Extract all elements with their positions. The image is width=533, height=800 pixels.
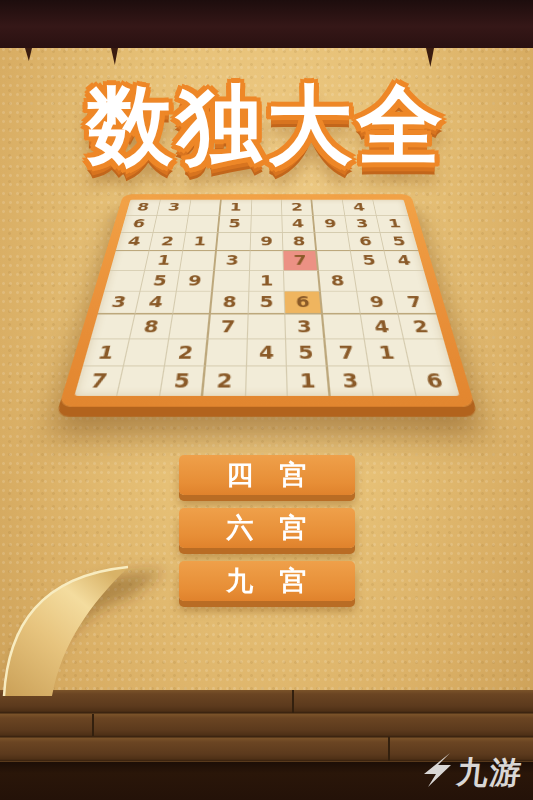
sudoku-cell-r8c5[interactable]: 4: [246, 340, 287, 367]
sudoku-cell-r9c7[interactable]: 3: [328, 367, 374, 396]
sudoku-cell-r5c1[interactable]: [104, 271, 145, 292]
plank-seam: [388, 737, 390, 761]
sudoku-cell-r2c4[interactable]: 5: [218, 216, 251, 233]
sudoku-cell-r3c9[interactable]: 5: [380, 233, 418, 251]
mode-button-4x4[interactable]: 四宫: [179, 455, 355, 495]
sudoku-cell-r1c6[interactable]: 2: [282, 200, 314, 216]
sudoku-cell-r5c7[interactable]: 8: [319, 271, 357, 292]
sudoku-cell-r1c5[interactable]: [251, 200, 282, 216]
sudoku-cell-r6c7[interactable]: [321, 292, 361, 315]
top-wood-bar: [0, 0, 533, 48]
sudoku-cell-r7c5[interactable]: [247, 315, 286, 340]
sudoku-cell-r4c3[interactable]: [179, 251, 216, 271]
sudoku-cell-r1c4[interactable]: 1: [219, 200, 251, 216]
sudoku-cell-r1c8[interactable]: 4: [342, 200, 376, 216]
sudoku-cell-r3c4[interactable]: [216, 233, 250, 251]
sudoku-cell-r5c8[interactable]: [354, 271, 394, 292]
sudoku-cell-r2c1[interactable]: 6: [120, 216, 156, 233]
sudoku-cell-r2c3[interactable]: [185, 216, 219, 233]
sudoku-cell-r3c6[interactable]: 8: [283, 233, 317, 251]
sudoku-cell-r8c2[interactable]: [123, 340, 168, 367]
sudoku-cell-r9c4[interactable]: 2: [202, 367, 246, 396]
sudoku-cell-r2c9[interactable]: 1: [376, 216, 412, 233]
sudoku-cell-r3c7[interactable]: [315, 233, 350, 251]
sudoku-cell-r6c2[interactable]: 4: [135, 292, 176, 315]
plank-seam: [292, 690, 294, 713]
9game-logo-icon: [419, 752, 453, 788]
sudoku-cell-r7c3[interactable]: [168, 315, 210, 340]
paper-tear: [111, 48, 118, 65]
sudoku-cell-r4c7[interactable]: [317, 251, 354, 271]
sudoku-cell-r5c4[interactable]: [212, 271, 249, 292]
sudoku-cell-r5c2[interactable]: 5: [140, 271, 180, 292]
paper-tear: [426, 48, 434, 67]
sudoku-cell-r9c5[interactable]: [245, 367, 288, 396]
sudoku-cell-r2c7[interactable]: 9: [314, 216, 348, 233]
sudoku-cell-r8c4[interactable]: [205, 340, 247, 367]
sudoku-cell-r5c5[interactable]: 1: [248, 271, 284, 292]
sudoku-cell-r2c8[interactable]: 3: [345, 216, 380, 233]
sudoku-cell-r1c3[interactable]: [188, 200, 221, 216]
sudoku-board[interactable]: 8312465493142198651375459183485697873421…: [74, 200, 459, 396]
sudoku-cell-r1c9[interactable]: [373, 200, 408, 216]
sudoku-cell-r9c2[interactable]: [117, 367, 164, 396]
sudoku-cell-r5c9[interactable]: [389, 271, 430, 292]
sudoku-cell-r9c8[interactable]: [369, 367, 416, 396]
sudoku-cell-r4c2[interactable]: 1: [144, 251, 182, 271]
sudoku-cell-r5c6[interactable]: [284, 271, 321, 292]
sudoku-cell-r7c2[interactable]: 8: [129, 315, 172, 340]
sudoku-cell-r8c9[interactable]: [404, 340, 451, 367]
sudoku-cell-r4c5[interactable]: [249, 251, 284, 271]
sudoku-cell-r7c9[interactable]: 2: [398, 315, 443, 340]
sudoku-cell-r9c6[interactable]: 1: [287, 367, 331, 396]
sudoku-cell-r2c5[interactable]: [250, 216, 282, 233]
sudoku-cell-r8c8[interactable]: 1: [365, 340, 410, 367]
sudoku-cell-r4c1[interactable]: [110, 251, 149, 271]
sudoku-cell-r8c1[interactable]: 1: [82, 340, 129, 367]
sudoku-cell-r3c3[interactable]: 1: [182, 233, 217, 251]
sudoku-cell-r1c2[interactable]: 3: [157, 200, 191, 216]
sudoku-cell-r1c7[interactable]: [312, 200, 345, 216]
sudoku-cell-r8c3[interactable]: 2: [164, 340, 208, 367]
plank-seam: [92, 714, 94, 736]
sudoku-cell-r1c1[interactable]: 8: [125, 200, 160, 216]
sudoku-cell-r6c3[interactable]: [172, 292, 212, 315]
sudoku-cell-r7c4[interactable]: 7: [208, 315, 248, 340]
sudoku-cell-r9c1[interactable]: 7: [74, 367, 123, 396]
sudoku-cell-r3c1[interactable]: 4: [115, 233, 153, 251]
sudoku-cell-r7c6[interactable]: 3: [285, 315, 325, 340]
sudoku-cell-r6c9[interactable]: 7: [393, 292, 436, 315]
sudoku-cell-r9c9[interactable]: 6: [410, 367, 459, 396]
sudoku-cell-r6c4[interactable]: 8: [210, 292, 248, 315]
sudoku-cell-r5c3[interactable]: 9: [176, 271, 214, 292]
board-scene: 8312465493142198651375459183485697873421…: [0, 145, 533, 425]
mode-button-6x6[interactable]: 六宫: [179, 508, 355, 548]
board-frame: 8312465493142198651375459183485697873421…: [58, 194, 474, 406]
board-3d-wrap: 8312465493142198651375459183485697873421…: [58, 194, 474, 406]
sudoku-cell-r7c8[interactable]: 4: [361, 315, 404, 340]
sudoku-cell-error-cell-r4c6[interactable]: 7: [283, 251, 318, 271]
game-title: 数独大全: [0, 78, 533, 173]
sudoku-cell-r2c6[interactable]: 4: [282, 216, 315, 233]
sudoku-cell-r6c1[interactable]: 3: [97, 292, 140, 315]
sudoku-cell-r4c8[interactable]: 5: [351, 251, 389, 271]
sudoku-cell-r6c5[interactable]: 5: [248, 292, 286, 315]
sudoku-cell-r4c9[interactable]: 4: [384, 251, 423, 271]
sudoku-cell-r8c7[interactable]: 7: [325, 340, 369, 367]
sudoku-cell-r6c8[interactable]: 9: [357, 292, 398, 315]
watermark-9game: 九游: [419, 752, 523, 788]
watermark-brand-text: 九游: [455, 757, 524, 788]
sudoku-cell-r3c2[interactable]: 2: [149, 233, 186, 251]
sudoku-cell-r8c6[interactable]: 5: [286, 340, 328, 367]
sudoku-cell-r7c7[interactable]: [323, 315, 365, 340]
sudoku-cell-r3c8[interactable]: 6: [348, 233, 385, 251]
paper-tear: [25, 48, 32, 61]
sudoku-cell-r9c3[interactable]: 5: [159, 367, 205, 396]
sudoku-cell-r2c2[interactable]: [153, 216, 188, 233]
sudoku-cell-selected-cell-r6c6[interactable]: 6: [285, 292, 323, 315]
mode-button-9x9[interactable]: 九宫: [179, 561, 355, 601]
sudoku-cell-r4c4[interactable]: 3: [214, 251, 249, 271]
app-screen: 数独大全 83124654931421986513754591834856978…: [0, 0, 533, 800]
sudoku-cell-r7c1[interactable]: [90, 315, 135, 340]
sudoku-cell-r3c5[interactable]: 9: [250, 233, 284, 251]
mode-menu: 四宫 六宫 九宫: [0, 455, 533, 601]
